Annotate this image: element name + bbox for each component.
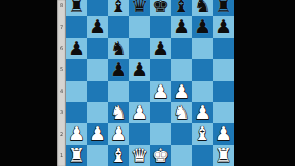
square-g6[interactable] xyxy=(192,38,213,59)
square-d3[interactable]: ♟ xyxy=(129,102,150,123)
square-a7[interactable] xyxy=(66,16,87,37)
piece-white-pawn[interactable]: ♟ xyxy=(108,123,129,144)
piece-black-pawn[interactable]: ♟ xyxy=(192,16,213,37)
square-c5[interactable]: ♟ xyxy=(108,59,129,80)
piece-white-rook[interactable]: ♜ xyxy=(213,145,234,166)
piece-white-pawn[interactable]: ♟ xyxy=(150,81,171,102)
square-g4[interactable] xyxy=(192,81,213,102)
square-d1[interactable]: ♛ xyxy=(129,145,150,166)
square-f3[interactable]: ♞ xyxy=(171,102,192,123)
square-c8[interactable]: ♝ xyxy=(108,0,129,16)
square-e4[interactable]: ♟ xyxy=(150,81,171,102)
square-h5[interactable] xyxy=(213,59,234,80)
square-b6[interactable] xyxy=(87,38,108,59)
piece-white-rook[interactable]: ♜ xyxy=(66,145,87,166)
piece-black-knight[interactable]: ♞ xyxy=(108,38,129,59)
rank-label-3: 3 xyxy=(57,110,66,115)
square-b7[interactable]: ♟ xyxy=(87,16,108,37)
square-g5[interactable] xyxy=(192,59,213,80)
square-a2[interactable]: ♟ xyxy=(66,123,87,144)
piece-white-bishop[interactable]: ♝ xyxy=(192,123,213,144)
square-c7[interactable] xyxy=(108,16,129,37)
square-a8[interactable]: ♜ xyxy=(66,0,87,16)
square-f1[interactable] xyxy=(171,145,192,166)
rank-label-7: 7 xyxy=(57,25,66,30)
piece-black-pawn[interactable]: ♟ xyxy=(87,16,108,37)
square-e5[interactable] xyxy=(150,59,171,80)
chess-board[interactable]: ♜♝♛♚♝♞♜♟♟♟♟♟♞♟♟♟♟♟♞♟♞♟♟♟♟♝♟♜♝♛♚♜ xyxy=(66,0,234,166)
piece-white-pawn[interactable]: ♟ xyxy=(213,123,234,144)
piece-black-pawn[interactable]: ♟ xyxy=(108,59,129,80)
rank-coordinate-strip: 87654321 xyxy=(57,0,66,166)
square-e1[interactable]: ♚ xyxy=(150,145,171,166)
rank-label-6: 6 xyxy=(57,46,66,51)
rank-label-8: 8 xyxy=(57,3,66,8)
square-g3[interactable]: ♟ xyxy=(192,102,213,123)
square-g8[interactable]: ♞ xyxy=(192,0,213,16)
square-h4[interactable] xyxy=(213,81,234,102)
square-f2[interactable] xyxy=(171,123,192,144)
piece-black-pawn[interactable]: ♟ xyxy=(129,59,150,80)
square-e3[interactable] xyxy=(150,102,171,123)
square-a1[interactable]: ♜ xyxy=(66,145,87,166)
piece-black-queen[interactable]: ♛ xyxy=(129,0,150,16)
piece-black-pawn[interactable]: ♟ xyxy=(171,16,192,37)
square-c4[interactable] xyxy=(108,81,129,102)
square-h7[interactable]: ♟ xyxy=(213,16,234,37)
square-c6[interactable]: ♞ xyxy=(108,38,129,59)
square-a6[interactable]: ♟ xyxy=(66,38,87,59)
square-h2[interactable]: ♟ xyxy=(213,123,234,144)
square-h1[interactable]: ♜ xyxy=(213,145,234,166)
square-h8[interactable]: ♜ xyxy=(213,0,234,16)
square-a4[interactable] xyxy=(66,81,87,102)
square-a5[interactable] xyxy=(66,59,87,80)
piece-black-knight[interactable]: ♞ xyxy=(192,0,213,16)
square-h6[interactable] xyxy=(213,38,234,59)
square-h3[interactable] xyxy=(213,102,234,123)
piece-black-pawn[interactable]: ♟ xyxy=(150,38,171,59)
piece-white-pawn[interactable]: ♟ xyxy=(171,81,192,102)
piece-black-pawn[interactable]: ♟ xyxy=(66,38,87,59)
piece-white-pawn[interactable]: ♟ xyxy=(66,123,87,144)
square-d6[interactable] xyxy=(129,38,150,59)
square-g1[interactable] xyxy=(192,145,213,166)
piece-white-knight[interactable]: ♞ xyxy=(108,102,129,123)
piece-black-rook[interactable]: ♜ xyxy=(66,0,87,16)
piece-black-bishop[interactable]: ♝ xyxy=(108,0,129,16)
video-frame: 87654321 ♜♝♛♚♝♞♜♟♟♟♟♟♞♟♟♟♟♟♞♟♞♟♟♟♟♝♟♜♝♛♚… xyxy=(0,0,295,166)
square-b2[interactable]: ♟ xyxy=(87,123,108,144)
square-b3[interactable] xyxy=(87,102,108,123)
rank-label-2: 2 xyxy=(57,132,66,137)
square-e7[interactable] xyxy=(150,16,171,37)
piece-black-bishop[interactable]: ♝ xyxy=(171,0,192,16)
rank-label-4: 4 xyxy=(57,89,66,94)
square-c3[interactable]: ♞ xyxy=(108,102,129,123)
piece-white-pawn[interactable]: ♟ xyxy=(192,102,213,123)
square-g7[interactable]: ♟ xyxy=(192,16,213,37)
square-a3[interactable] xyxy=(66,102,87,123)
piece-white-king[interactable]: ♚ xyxy=(150,145,171,166)
square-f6[interactable] xyxy=(171,38,192,59)
square-d5[interactable]: ♟ xyxy=(129,59,150,80)
piece-white-pawn[interactable]: ♟ xyxy=(87,123,108,144)
square-d2[interactable] xyxy=(129,123,150,144)
rank-label-1: 1 xyxy=(57,153,66,158)
square-b5[interactable] xyxy=(87,59,108,80)
square-f4[interactable]: ♟ xyxy=(171,81,192,102)
square-f8[interactable]: ♝ xyxy=(171,0,192,16)
square-e6[interactable]: ♟ xyxy=(150,38,171,59)
square-d8[interactable]: ♛ xyxy=(129,0,150,16)
square-c1[interactable]: ♝ xyxy=(108,145,129,166)
piece-black-pawn[interactable]: ♟ xyxy=(213,16,234,37)
square-b8[interactable] xyxy=(87,0,108,16)
piece-black-rook[interactable]: ♜ xyxy=(213,0,234,16)
square-b4[interactable] xyxy=(87,81,108,102)
square-f5[interactable] xyxy=(171,59,192,80)
piece-white-bishop[interactable]: ♝ xyxy=(108,145,129,166)
square-g2[interactable]: ♝ xyxy=(192,123,213,144)
square-e8[interactable]: ♚ xyxy=(150,0,171,16)
square-d7[interactable] xyxy=(129,16,150,37)
rank-label-5: 5 xyxy=(57,67,66,72)
square-c2[interactable]: ♟ xyxy=(108,123,129,144)
piece-white-pawn[interactable]: ♟ xyxy=(129,102,150,123)
piece-black-king[interactable]: ♚ xyxy=(150,0,171,16)
square-d4[interactable] xyxy=(129,81,150,102)
piece-white-queen[interactable]: ♛ xyxy=(129,145,150,166)
piece-white-knight[interactable]: ♞ xyxy=(171,102,192,123)
square-f7[interactable]: ♟ xyxy=(171,16,192,37)
square-e2[interactable] xyxy=(150,123,171,144)
square-b1[interactable] xyxy=(87,145,108,166)
